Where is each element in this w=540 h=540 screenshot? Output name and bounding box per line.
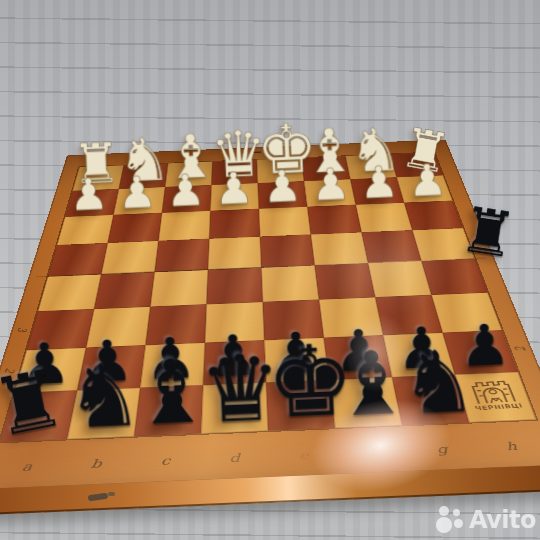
piece-white-rook: ♜ [397, 122, 452, 180]
hinge-mark [134, 156, 145, 158]
square-c7: ♟ [162, 185, 211, 213]
square-f3 [319, 297, 383, 337]
square-f5 [311, 232, 368, 265]
square-g1: ♞ [392, 375, 469, 425]
square-b6 [108, 213, 162, 243]
square-b7: ♟ [114, 187, 166, 215]
square-c4 [150, 270, 208, 307]
piece-white-knight: ♞ [348, 122, 397, 178]
square-e5 [260, 235, 315, 268]
square-g4 [368, 261, 431, 297]
square-c5 [155, 239, 210, 272]
floor-debris [108, 492, 115, 496]
file-label-f: f [338, 444, 409, 460]
square-a6 [57, 215, 114, 245]
hinge-mark [250, 151, 261, 153]
piece-white-king: ♚ [255, 118, 304, 182]
square-f2: ♟ [324, 335, 392, 380]
file-label-h: h [475, 438, 540, 454]
square-b5 [101, 241, 158, 274]
square-f8: ♝ [301, 156, 350, 181]
square-b8: ♞ [119, 163, 168, 189]
square-d4 [207, 268, 263, 305]
square-a5 [48, 243, 108, 276]
square-e2: ♟ [264, 337, 329, 382]
square-e8: ♚ [257, 158, 304, 183]
square-h8: ♜ [390, 152, 443, 177]
square-d3 [205, 302, 264, 343]
square-c3 [146, 304, 207, 345]
piece-white-bishop: ♝ [163, 129, 212, 187]
piece-white-knight: ♞ [117, 132, 166, 188]
square-d1: ♛ [201, 383, 268, 434]
square-f7: ♟ [304, 179, 356, 206]
avito-watermark: Avito [436, 505, 536, 534]
file-label-g: g [406, 441, 478, 457]
square-d2: ♟ [203, 340, 266, 385]
square-e6 [259, 207, 311, 237]
square-e3 [263, 299, 324, 339]
square-d8: ♛ [211, 160, 257, 185]
square-a2: ♟ [14, 347, 86, 393]
file-label-d: d [200, 450, 270, 466]
perspective-scene: ♜♞♝♛♚♝♞♜♟♟♟♟♟♟♟♟♟♟♟♟♟♟♟♟♜♞♝♛♚♝♞ abcdefgh… [0, 0, 540, 491]
square-a1: ♜ [0, 391, 77, 442]
square-c6 [158, 211, 210, 241]
square-h7: ♟ [397, 175, 453, 202]
listing-photo: ♜♞♝♛♚♝♞♜♟♟♟♟♟♟♟♟♟♟♟♟♟♟♟♟♜♞♝♛♚♝♞ abcdefgh… [0, 0, 540, 540]
square-b1: ♞ [67, 388, 140, 439]
square-c8: ♝ [165, 161, 212, 186]
square-h4 [421, 259, 487, 295]
square-b4 [94, 272, 155, 309]
rank-label-2-right: 2 [510, 343, 531, 356]
square-d6 [209, 209, 260, 239]
square-g6 [356, 203, 413, 233]
square-c2: ♟ [140, 342, 205, 387]
file-label-b: b [60, 456, 131, 472]
square-a4 [38, 274, 101, 311]
square-a3 [27, 309, 94, 350]
square-g5 [362, 230, 422, 263]
board-grid: ♜♞♝♛♚♝♞♜♟♟♟♟♟♟♟♟♟♟♟♟♟♟♟♟♜♞♝♛♚♝♞ [0, 152, 536, 442]
square-g8: ♞ [345, 154, 396, 179]
file-label-c: c [130, 453, 200, 469]
file-label-e: e [269, 447, 339, 463]
square-e1: ♚ [266, 380, 335, 431]
square-d5 [208, 237, 261, 270]
chessboard: ♜♞♝♛♚♝♞♜♟♟♟♟♟♟♟♟♟♟♟♟♟♟♟♟♜♞♝♛♚♝♞ abcdefgh… [0, 139, 540, 490]
square-b2: ♟ [77, 345, 145, 391]
piece-white-bishop: ♝ [302, 123, 351, 181]
square-e7: ♟ [258, 181, 308, 209]
file-label-a: a [0, 458, 63, 474]
square-a8: ♜ [73, 165, 124, 191]
piece-white-queen: ♛ [209, 124, 258, 184]
square-b3 [86, 307, 150, 348]
square-h2: ♟ [443, 330, 518, 375]
watermark-text: Avito [469, 506, 536, 534]
rank-labels: 322 [67, 139, 445, 155]
square-d7: ♟ [210, 183, 258, 211]
square-f4 [315, 263, 376, 299]
square-f1: ♝ [329, 377, 402, 428]
rank-label-2-left: 2 [0, 364, 20, 376]
square-a7: ♟ [65, 189, 119, 217]
square-h6 [404, 200, 463, 230]
square-e4 [261, 265, 319, 301]
piece-white-rook: ♜ [71, 138, 119, 190]
rank-label-3-left: 3 [13, 324, 32, 335]
square-f6 [307, 205, 361, 235]
square-c1: ♝ [134, 385, 203, 436]
square-h3 [431, 292, 502, 332]
photo-tilt-wrapper: ♜♞♝♛♚♝♞♜♟♟♟♟♟♟♟♟♟♟♟♟♟♟♟♟♜♞♝♛♚♝♞ abcdefgh… [0, 0, 540, 540]
avito-logo-icon [436, 505, 465, 534]
piece-black-rook-displaced: ♜ [456, 198, 506, 267]
hinge-mark [366, 147, 377, 149]
square-g7: ♟ [350, 177, 404, 204]
